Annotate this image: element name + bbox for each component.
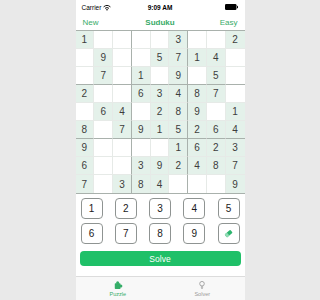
cell-r4c5[interactable]: 3	[151, 85, 170, 103]
cell-r1c9[interactable]: 2	[226, 31, 245, 49]
cell-r1c5[interactable]	[151, 31, 170, 49]
cell-r1c4[interactable]	[132, 31, 151, 49]
cell-r3c6[interactable]: 9	[169, 67, 188, 85]
cell-r5c8[interactable]	[207, 103, 226, 121]
solve-button[interactable]: Solve	[80, 251, 241, 266]
numpad-key-4[interactable]: 4	[183, 198, 205, 219]
tab-puzzle-label: Puzzle	[109, 291, 126, 297]
cell-r4c3[interactable]	[113, 85, 132, 103]
cell-r6c7[interactable]: 2	[188, 121, 207, 139]
cell-r9c4[interactable]: 8	[132, 175, 151, 193]
cell-r8c2[interactable]	[94, 157, 113, 175]
cell-r5c9[interactable]: 1	[226, 103, 245, 121]
cell-r1c3[interactable]	[113, 31, 132, 49]
cell-r7c1[interactable]: 9	[76, 139, 95, 157]
cell-r3c9[interactable]	[226, 67, 245, 85]
cell-r4c2[interactable]	[94, 85, 113, 103]
cell-r3c2[interactable]: 7	[94, 67, 113, 85]
cell-r1c2[interactable]	[94, 31, 113, 49]
cell-r4c1[interactable]: 2	[76, 85, 95, 103]
cell-r3c7[interactable]	[188, 67, 207, 85]
numpad-row-2: 6789	[76, 223, 245, 244]
sudoku-board: 1329571471952634876428918791526491623639…	[76, 30, 245, 194]
new-button[interactable]: New	[83, 18, 135, 27]
cell-r9c2[interactable]	[94, 175, 113, 193]
cell-r4c9[interactable]	[226, 85, 245, 103]
numpad-key-9[interactable]: 9	[183, 223, 205, 244]
cell-r3c5[interactable]	[151, 67, 170, 85]
cell-r3c4[interactable]: 1	[132, 67, 151, 85]
cell-r4c8[interactable]: 7	[207, 85, 226, 103]
numpad-key-6[interactable]: 6	[81, 223, 103, 244]
cell-r2c1[interactable]	[76, 49, 95, 67]
cell-r6c9[interactable]: 4	[226, 121, 245, 139]
cell-r7c3[interactable]	[113, 139, 132, 157]
tab-solver[interactable]: Solver	[160, 277, 245, 300]
lightbulb-icon	[197, 280, 207, 290]
difficulty-button[interactable]: Easy	[186, 18, 238, 27]
cell-r9c1[interactable]: 7	[76, 175, 95, 193]
cell-r9c9[interactable]: 9	[226, 175, 245, 193]
cell-r6c3[interactable]: 7	[113, 121, 132, 139]
tab-puzzle[interactable]: Puzzle	[76, 277, 161, 300]
cell-r2c4[interactable]	[132, 49, 151, 67]
cell-r2c3[interactable]	[113, 49, 132, 67]
cell-r7c9[interactable]: 3	[226, 139, 245, 157]
cell-r7c2[interactable]	[94, 139, 113, 157]
sudoku-app: Carrier 9:09 AM New Suduku Easy	[76, 0, 245, 300]
cell-r7c6[interactable]: 1	[169, 139, 188, 157]
cell-r5c1[interactable]	[76, 103, 95, 121]
cell-r4c7[interactable]: 8	[188, 85, 207, 103]
cell-r6c4[interactable]: 9	[132, 121, 151, 139]
eraser-button[interactable]	[218, 223, 240, 244]
numpad-key-5[interactable]: 5	[218, 198, 240, 219]
wifi-icon	[103, 4, 111, 11]
numpad-key-8[interactable]: 8	[149, 223, 171, 244]
cell-r1c7[interactable]	[188, 31, 207, 49]
cell-r4c4[interactable]: 6	[132, 85, 151, 103]
cell-r7c5[interactable]	[151, 139, 170, 157]
cell-r6c1[interactable]: 8	[76, 121, 95, 139]
cell-r8c5[interactable]: 9	[151, 157, 170, 175]
cell-r6c6[interactable]: 5	[169, 121, 188, 139]
numpad-key-3[interactable]: 3	[149, 198, 171, 219]
cell-r1c8[interactable]	[207, 31, 226, 49]
tab-solver-label: Solver	[194, 291, 210, 297]
cell-r8c9[interactable]: 7	[226, 157, 245, 175]
cell-r7c7[interactable]: 6	[188, 139, 207, 157]
cell-r8c4[interactable]: 3	[132, 157, 151, 175]
cell-r7c4[interactable]	[132, 139, 151, 157]
cell-r8c6[interactable]: 2	[169, 157, 188, 175]
numpad-key-1[interactable]: 1	[81, 198, 103, 219]
tab-bar: Puzzle Solver	[76, 276, 245, 300]
eraser-icon	[223, 228, 234, 239]
cell-r2c2[interactable]: 9	[94, 49, 113, 67]
numpad-row-1: 12345	[76, 198, 245, 219]
numpad-key-2[interactable]: 2	[115, 198, 137, 219]
clock: 9:09 AM	[134, 4, 186, 11]
cell-r2c6[interactable]: 7	[169, 49, 188, 67]
cell-r2c8[interactable]: 4	[207, 49, 226, 67]
cell-r2c5[interactable]: 5	[151, 49, 170, 67]
cell-r2c7[interactable]: 1	[188, 49, 207, 67]
cell-r5c7[interactable]: 9	[188, 103, 207, 121]
cell-r5c6[interactable]: 8	[169, 103, 188, 121]
cell-r5c4[interactable]	[132, 103, 151, 121]
cell-r9c7[interactable]	[188, 175, 207, 193]
cell-r8c8[interactable]: 8	[207, 157, 226, 175]
cell-r1c6[interactable]: 3	[169, 31, 188, 49]
page-title: Suduku	[134, 18, 186, 27]
status-bar: Carrier 9:09 AM	[76, 0, 245, 14]
cell-r4c6[interactable]: 4	[169, 85, 188, 103]
cell-r8c1[interactable]: 6	[76, 157, 95, 175]
cell-r6c5[interactable]: 1	[151, 121, 170, 139]
cell-r9c3[interactable]: 3	[113, 175, 132, 193]
cell-r7c8[interactable]: 2	[207, 139, 226, 157]
cell-r1c1[interactable]: 1	[76, 31, 95, 49]
carrier-label: Carrier	[82, 4, 102, 11]
cell-r2c9[interactable]	[226, 49, 245, 67]
cell-r3c8[interactable]: 5	[207, 67, 226, 85]
cell-r8c3[interactable]	[113, 157, 132, 175]
cell-r6c8[interactable]: 6	[207, 121, 226, 139]
battery-icon	[225, 4, 238, 10]
cell-r5c2[interactable]: 6	[94, 103, 113, 121]
cell-r6c2[interactable]	[94, 121, 113, 139]
puzzle-icon	[113, 280, 123, 290]
cell-r5c3[interactable]: 4	[113, 103, 132, 121]
numpad-key-7[interactable]: 7	[115, 223, 137, 244]
cell-r9c8[interactable]	[207, 175, 226, 193]
cell-r3c1[interactable]	[76, 67, 95, 85]
cell-r3c3[interactable]	[113, 67, 132, 85]
cell-r5c5[interactable]: 2	[151, 103, 170, 121]
cell-r8c7[interactable]: 4	[188, 157, 207, 175]
nav-bar: New Suduku Easy	[76, 14, 245, 30]
number-pad: 12345 6789	[76, 198, 245, 248]
cell-r9c5[interactable]: 4	[151, 175, 170, 193]
cell-r9c6[interactable]	[169, 175, 188, 193]
